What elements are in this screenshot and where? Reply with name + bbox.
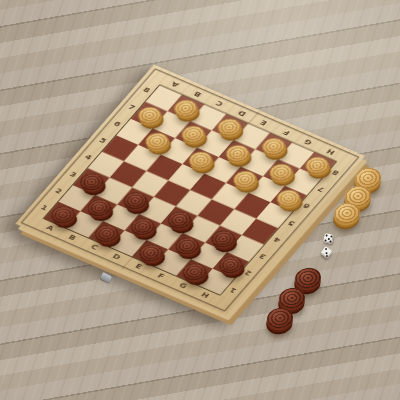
die-1[interactable] [323,233,334,244]
die-pip [324,238,326,240]
spare-piece-dark-2[interactable] [278,286,307,310]
die-pip [324,247,327,250]
die-pip [327,237,329,239]
die-pip [325,234,327,236]
spare-piece-dark-3[interactable] [266,306,295,330]
die-2[interactable] [320,246,333,259]
hinge [100,272,112,283]
spare-piece-dark-1[interactable] [294,266,323,290]
die-pip [328,239,330,241]
die-pip [325,251,328,254]
scene: { "game": "checkers", "variant": "Russia… [0,0,400,400]
die-pip [329,235,331,237]
die-pip [325,254,328,257]
